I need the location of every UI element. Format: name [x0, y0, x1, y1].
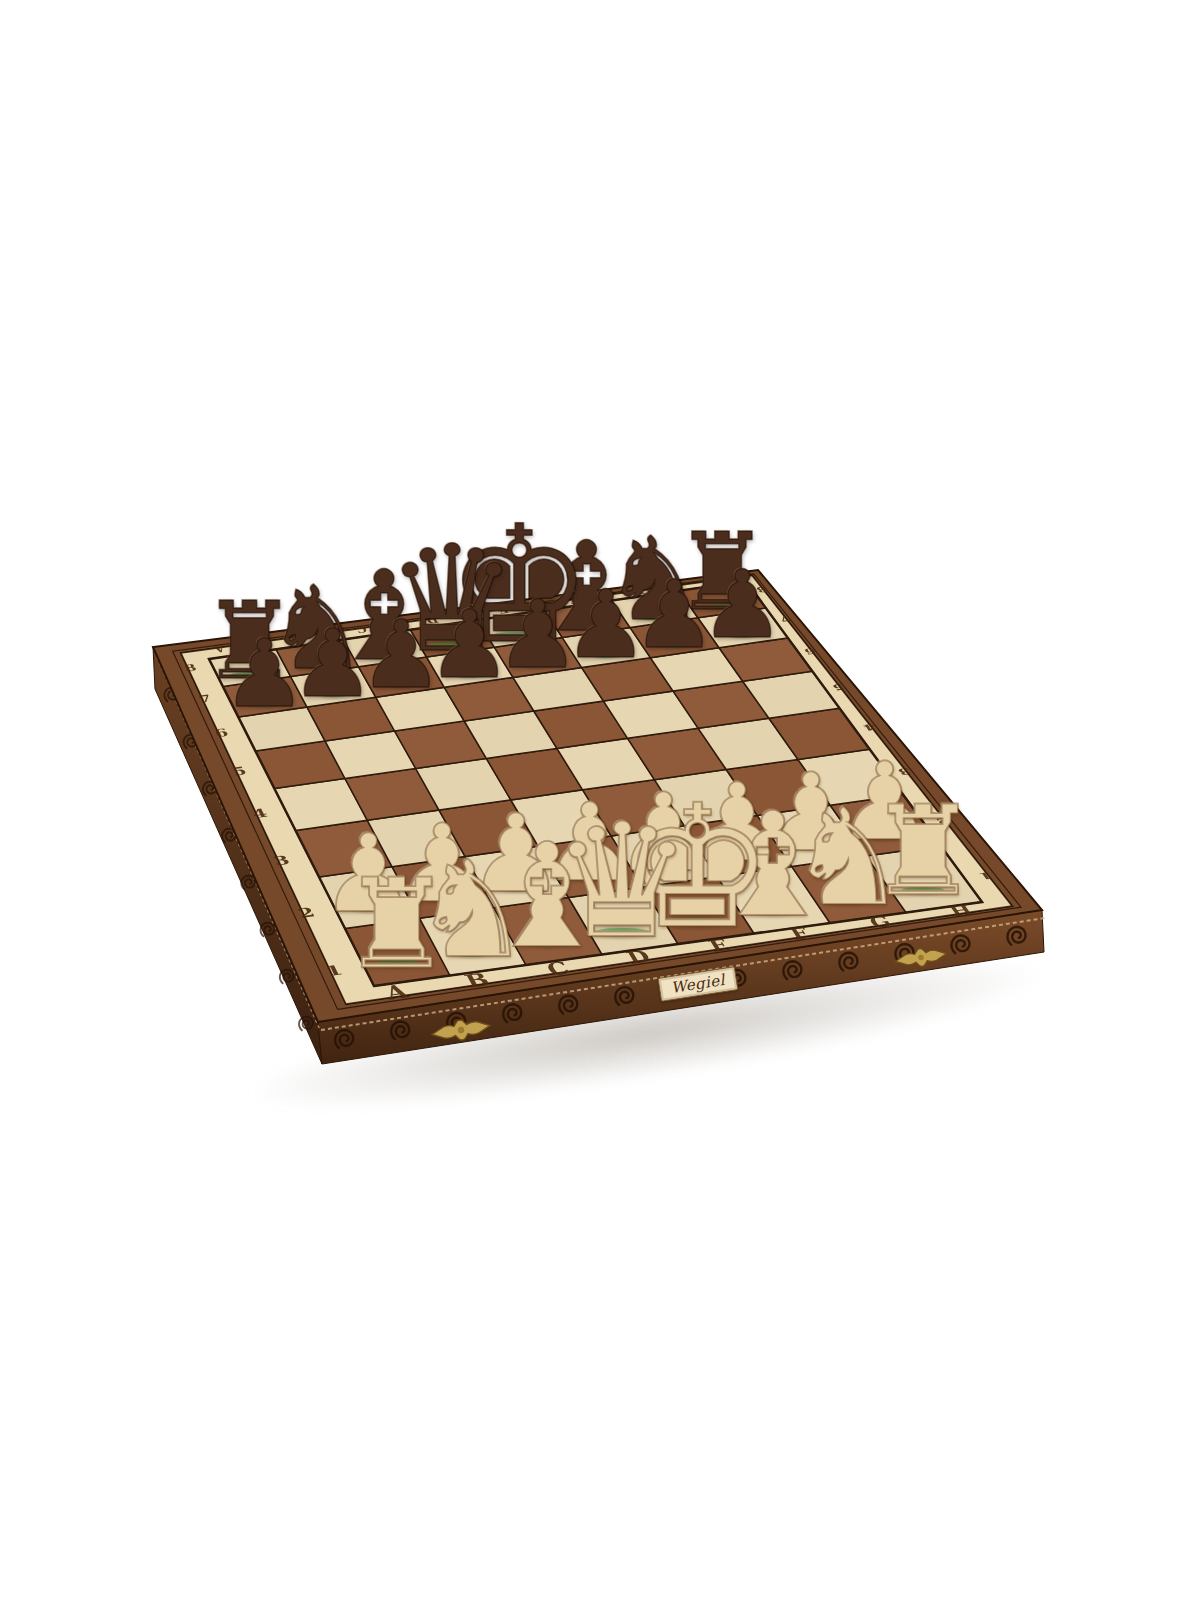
black-pawn-glyph: ♟ — [222, 627, 306, 721]
product-photo: AABBCCDDEEFFGGHH1122334455667788 Wegiel … — [0, 0, 1200, 1600]
pieces-layer: ♜♞♝♛♚♝♞♜♟♟♟♟♟♟♟♟♟♟♟♟♟♟♟♟♜♞♝♛♚♝♞♜ — [0, 0, 1200, 1600]
white-rook-glyph: ♜ — [341, 862, 452, 986]
